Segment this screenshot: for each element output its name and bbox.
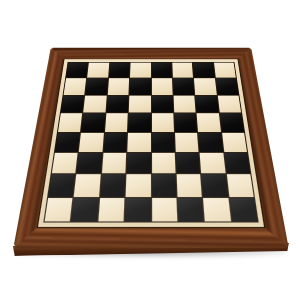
square-r4c6[interactable] <box>198 132 223 151</box>
square-r3c3[interactable] <box>128 113 150 131</box>
maple-border <box>38 59 264 227</box>
square-r1c0[interactable] <box>64 79 87 95</box>
square-r6c6[interactable] <box>201 174 227 196</box>
square-r5c4[interactable] <box>152 153 176 174</box>
square-r0c1[interactable] <box>87 63 109 78</box>
square-r6c7[interactable] <box>226 174 253 196</box>
board-grid <box>43 62 258 223</box>
square-r1c4[interactable] <box>151 79 172 95</box>
square-r6c1[interactable] <box>74 174 100 196</box>
square-r0c3[interactable] <box>130 63 150 78</box>
square-r5c2[interactable] <box>102 153 127 174</box>
square-r0c5[interactable] <box>172 63 193 78</box>
square-r4c5[interactable] <box>175 132 199 151</box>
square-r1c2[interactable] <box>108 79 130 95</box>
square-r6c3[interactable] <box>126 174 151 196</box>
square-r1c5[interactable] <box>173 79 195 95</box>
square-r2c5[interactable] <box>173 95 195 112</box>
product-photo <box>0 0 300 300</box>
square-r4c2[interactable] <box>103 132 127 151</box>
square-r5c3[interactable] <box>127 153 151 174</box>
square-r0c6[interactable] <box>193 63 215 78</box>
square-r7c4[interactable] <box>152 198 178 222</box>
square-r2c6[interactable] <box>195 95 218 112</box>
square-r6c2[interactable] <box>100 174 126 196</box>
square-r2c7[interactable] <box>217 95 241 112</box>
square-r7c5[interactable] <box>177 198 204 222</box>
square-r2c0[interactable] <box>61 95 85 112</box>
square-r5c6[interactable] <box>200 153 225 174</box>
square-r2c1[interactable] <box>84 95 107 112</box>
frame-bottom-rail <box>13 227 288 248</box>
square-r1c3[interactable] <box>130 79 151 95</box>
square-r5c5[interactable] <box>176 153 201 174</box>
square-r7c7[interactable] <box>229 198 257 222</box>
square-r3c6[interactable] <box>197 113 221 131</box>
square-r3c4[interactable] <box>151 113 173 131</box>
square-r2c2[interactable] <box>106 95 128 112</box>
square-r4c0[interactable] <box>55 132 80 151</box>
square-r1c7[interactable] <box>216 79 239 95</box>
square-r7c2[interactable] <box>98 198 125 222</box>
frame-top-rail <box>49 48 254 60</box>
square-r7c3[interactable] <box>125 198 151 222</box>
square-r4c1[interactable] <box>79 132 104 151</box>
square-r3c0[interactable] <box>58 113 82 131</box>
square-r5c7[interactable] <box>224 153 250 174</box>
square-r1c1[interactable] <box>86 79 108 95</box>
square-r2c3[interactable] <box>129 95 151 112</box>
square-r5c0[interactable] <box>52 153 78 174</box>
square-r0c4[interactable] <box>151 63 171 78</box>
square-r3c5[interactable] <box>174 113 197 131</box>
square-r0c7[interactable] <box>214 63 236 78</box>
square-r3c2[interactable] <box>105 113 128 131</box>
square-r7c6[interactable] <box>203 198 230 222</box>
square-r7c0[interactable] <box>45 198 73 222</box>
square-r5c1[interactable] <box>77 153 102 174</box>
square-r4c4[interactable] <box>152 132 175 151</box>
square-r4c7[interactable] <box>222 132 247 151</box>
square-r2c4[interactable] <box>151 95 173 112</box>
chessboard <box>13 48 288 248</box>
square-r3c7[interactable] <box>220 113 244 131</box>
square-r4c3[interactable] <box>127 132 150 151</box>
square-r6c0[interactable] <box>48 174 75 196</box>
square-r1c6[interactable] <box>194 79 216 95</box>
square-r6c5[interactable] <box>177 174 203 196</box>
square-r0c2[interactable] <box>109 63 130 78</box>
square-r7c1[interactable] <box>71 198 98 222</box>
square-r6c4[interactable] <box>152 174 177 196</box>
square-r3c1[interactable] <box>81 113 105 131</box>
square-r0c0[interactable] <box>66 63 88 78</box>
